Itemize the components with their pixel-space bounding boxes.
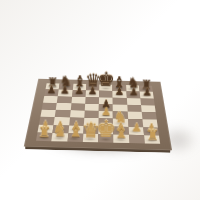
- piece-shadow: [86, 87, 97, 90]
- piece-shadow: [45, 92, 57, 95]
- square-d5: [84, 104, 98, 111]
- square-f2: ♟: [113, 126, 128, 134]
- piece-shadow: [72, 93, 84, 96]
- piece-shadow: [46, 86, 58, 89]
- piece-shadow: [114, 138, 127, 142]
- product-photo: ♜♞♝♛♚♝♞♜♟♟♟♟♟♟♟♟♟♞♟♟♟♟♟♟♟♜♞♝♛♚♝♜: [0, 0, 200, 200]
- piece-shadow: [100, 87, 111, 90]
- piece-shadow: [86, 93, 98, 96]
- piece-shadow: [52, 136, 66, 140]
- piece-shadow: [114, 130, 127, 134]
- piece-shadow: [140, 88, 152, 91]
- square-g1: [129, 135, 145, 144]
- piece-shadow: [54, 128, 67, 132]
- square-g2: ♟: [128, 127, 144, 135]
- piece-shadow: [59, 92, 71, 95]
- perspective-scene: ♜♞♝♛♚♝♞♜♟♟♟♟♟♟♟♟♟♞♟♟♟♟♟♟♟♜♞♝♛♚♝♜: [0, 0, 200, 200]
- piece-shadow: [37, 136, 51, 140]
- piece-shadow: [84, 129, 97, 133]
- square-h6: [140, 98, 155, 105]
- piece-shadow: [99, 137, 112, 141]
- piece-shadow: [140, 94, 152, 97]
- piece-shadow: [113, 94, 125, 97]
- piece-shadow: [99, 107, 111, 110]
- piece-shadow: [99, 114, 111, 117]
- piece-shadow: [127, 94, 139, 97]
- piece-shadow: [113, 87, 124, 90]
- piece-shadow: [144, 130, 157, 134]
- square-a4: [40, 110, 56, 118]
- square-e1: ♚: [98, 134, 114, 143]
- square-a1: ♜: [36, 132, 53, 141]
- piece-shadow: [114, 122, 127, 126]
- square-g3: [128, 119, 143, 127]
- piece-shadow: [83, 137, 96, 141]
- board-side-edge: [25, 141, 171, 153]
- square-h1: ♜: [144, 135, 160, 144]
- square-g4: [127, 112, 142, 120]
- piece-shadow: [145, 139, 159, 143]
- square-c1: ♝: [67, 133, 83, 142]
- piece-shadow: [129, 130, 142, 134]
- square-f1: ♝: [113, 134, 129, 143]
- piece-shadow: [126, 88, 138, 91]
- piece-shadow: [73, 86, 85, 89]
- square-b1: ♞: [51, 133, 67, 142]
- piece-shadow: [60, 86, 72, 89]
- square-d1: ♛: [83, 134, 99, 143]
- piece-shadow: [69, 129, 82, 133]
- square-a5: [42, 103, 57, 110]
- chess-board: ♜♞♝♛♚♝♞♜♟♟♟♟♟♟♟♟♟♞♟♟♟♟♟♟♟♜♞♝♛♚♝♜: [24, 79, 172, 151]
- piece-shadow: [68, 137, 81, 141]
- piece-shadow: [38, 128, 51, 132]
- square-f6: [113, 98, 127, 105]
